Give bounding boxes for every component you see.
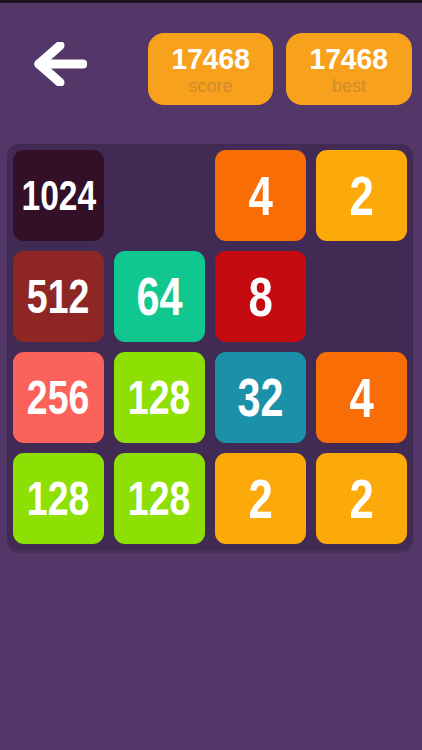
tile-value: 4: [349, 370, 373, 426]
best-score-display: 17468 best: [286, 33, 412, 105]
tile-value: 128: [128, 475, 190, 523]
tile-1024: 1024: [13, 150, 104, 241]
game-screen: 17468 score 17468 best 10244251264825612…: [0, 0, 422, 750]
tile-value: 8: [248, 269, 272, 325]
tile-2: 2: [316, 150, 407, 241]
empty-cell: [316, 251, 407, 342]
tile-512: 512: [13, 251, 104, 342]
tile-8: 8: [215, 251, 306, 342]
back-button[interactable]: [30, 40, 90, 90]
score-label: score: [188, 75, 232, 97]
tile-value: 32: [238, 371, 284, 424]
status-bar-strip: [0, 0, 422, 3]
tile-value: 128: [27, 475, 89, 523]
tile-value: 64: [137, 270, 183, 323]
tile-value: 512: [27, 273, 89, 321]
tile-value: 256: [27, 374, 89, 422]
score-value: 17468: [171, 43, 249, 75]
tile-256: 256: [13, 352, 104, 443]
tile-2: 2: [316, 453, 407, 544]
tile-64: 64: [114, 251, 205, 342]
empty-cell: [114, 150, 205, 241]
tile-4: 4: [316, 352, 407, 443]
best-label: best: [332, 75, 366, 97]
back-arrow-icon: [34, 42, 87, 89]
tile-2: 2: [215, 453, 306, 544]
tile-128: 128: [114, 453, 205, 544]
tile-128: 128: [114, 352, 205, 443]
tile-value: 2: [349, 471, 373, 527]
game-board-2048[interactable]: 10244251264825612832412812822: [7, 144, 413, 550]
score-display: 17468 score: [148, 33, 273, 105]
tile-value: 2: [349, 168, 373, 224]
tile-128: 128: [13, 453, 104, 544]
tile-4: 4: [215, 150, 306, 241]
tile-value: 2: [248, 471, 272, 527]
tile-value: 1024: [21, 174, 96, 217]
tile-value: 128: [128, 374, 190, 422]
tile-value: 4: [248, 168, 272, 224]
tile-32: 32: [215, 352, 306, 443]
best-value: 17468: [310, 43, 388, 75]
